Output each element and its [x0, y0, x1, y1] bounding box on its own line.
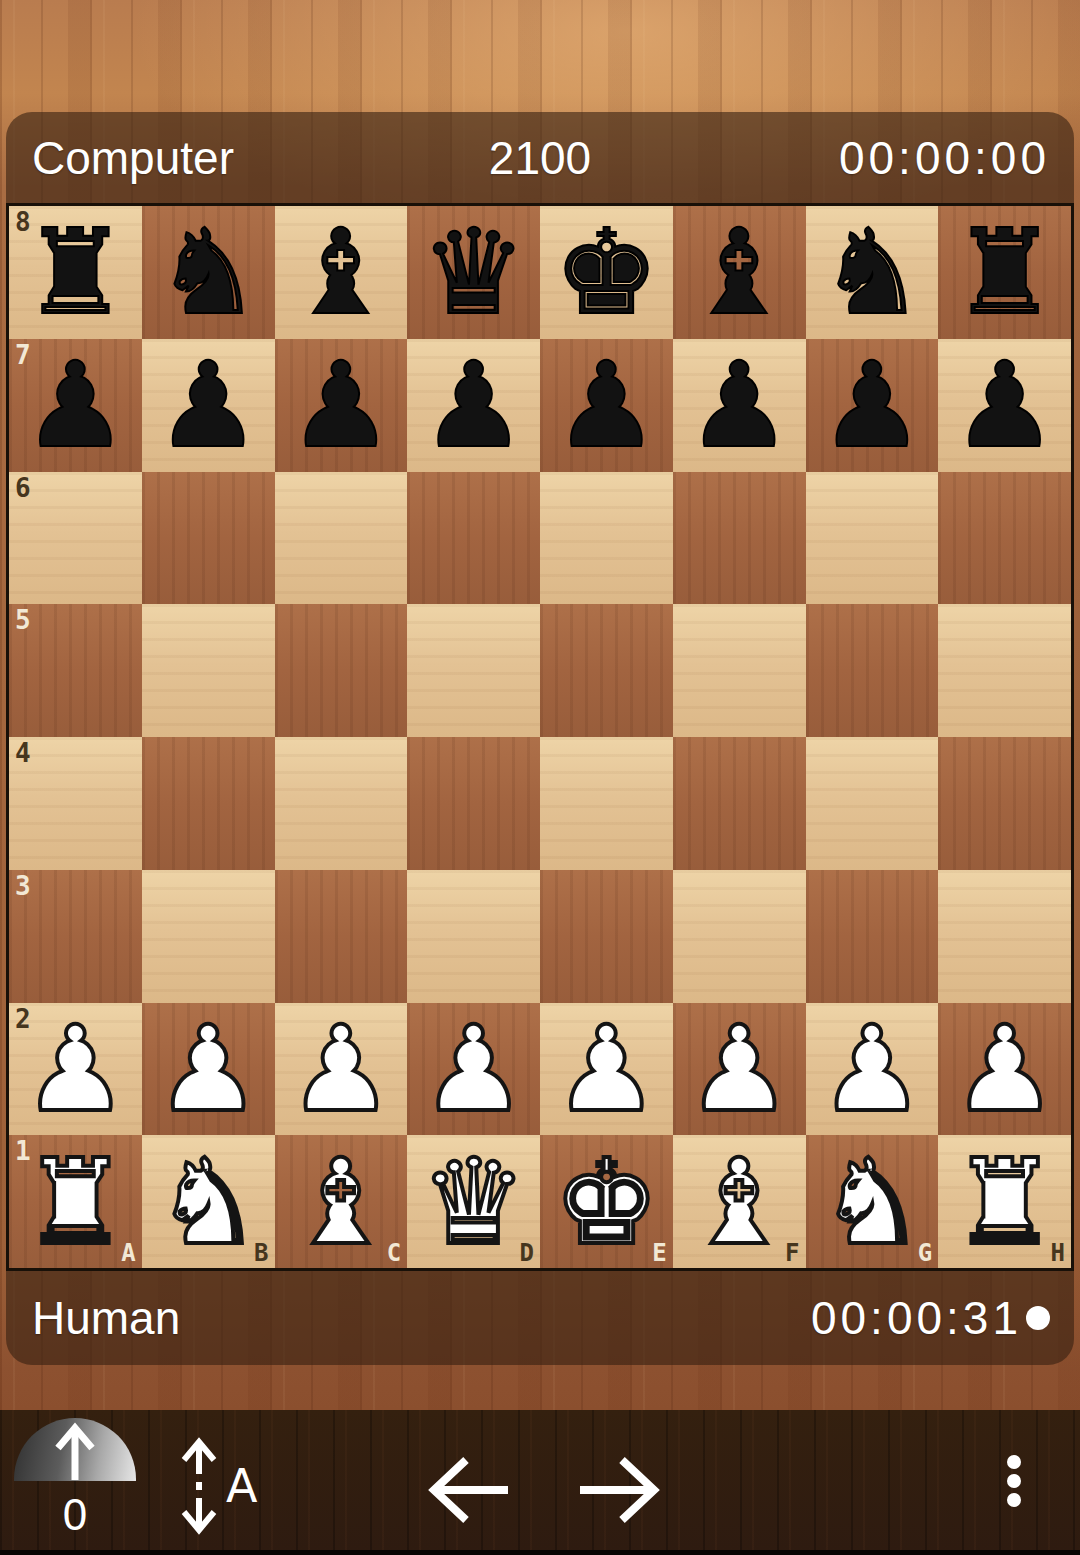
file-label-e: E — [652, 1241, 666, 1265]
square-d4[interactable] — [407, 737, 540, 870]
square-a8[interactable]: 8♜ — [9, 206, 142, 339]
square-b6[interactable] — [142, 472, 275, 605]
square-f2[interactable]: ♟ — [673, 1003, 806, 1136]
black-pawn: ♟ — [421, 346, 527, 464]
square-f6[interactable] — [673, 472, 806, 605]
move-forward-button[interactable] — [572, 1452, 664, 1528]
file-label-h: H — [1051, 1241, 1065, 1265]
square-h6[interactable] — [938, 472, 1071, 605]
square-d2[interactable]: ♟ — [407, 1003, 540, 1136]
black-knight: ♞ — [155, 213, 261, 331]
white-knight: ♞ — [819, 1143, 925, 1261]
square-e8[interactable]: ♚ — [540, 206, 673, 339]
file-label-b: B — [254, 1241, 268, 1265]
menu-dot-icon — [1007, 1493, 1021, 1507]
square-a3[interactable]: 3 — [9, 870, 142, 1003]
black-pawn: ♟ — [22, 346, 128, 464]
square-d3[interactable] — [407, 870, 540, 1003]
white-rook: ♜ — [952, 1143, 1058, 1261]
left-arrow-icon — [424, 1452, 516, 1528]
square-b7[interactable]: ♟ — [142, 339, 275, 472]
square-c6[interactable] — [275, 472, 408, 605]
file-label-d: D — [520, 1241, 534, 1265]
menu-dot-icon — [1007, 1474, 1021, 1488]
square-e1[interactable]: E♚ — [540, 1135, 673, 1268]
square-h7[interactable]: ♟ — [938, 339, 1071, 472]
white-pawn: ♟ — [553, 1010, 659, 1128]
square-e2[interactable]: ♟ — [540, 1003, 673, 1136]
file-label-g: G — [918, 1241, 932, 1265]
square-a2[interactable]: 2♟ — [9, 1003, 142, 1136]
black-pawn: ♟ — [686, 346, 792, 464]
black-pawn: ♟ — [819, 346, 925, 464]
white-bishop: ♝ — [686, 1143, 792, 1261]
human-clock-wrap: 00:00:31 — [811, 1291, 1050, 1345]
rank-label-8: 8 — [15, 209, 31, 235]
black-knight: ♞ — [819, 213, 925, 331]
square-g2[interactable]: ♟ — [806, 1003, 939, 1136]
black-rook: ♜ — [952, 213, 1058, 331]
white-pawn: ♟ — [155, 1010, 261, 1128]
rank-label-4: 4 — [15, 740, 31, 766]
file-label-f: F — [785, 1241, 799, 1265]
white-queen: ♛ — [421, 1143, 527, 1261]
white-pawn: ♟ — [819, 1010, 925, 1128]
turn-indicator-dot — [1026, 1306, 1050, 1330]
square-c3[interactable] — [275, 870, 408, 1003]
human-player-bar: Human 00:00:31 — [6, 1271, 1074, 1365]
square-e4[interactable] — [540, 737, 673, 870]
square-f8[interactable]: ♝ — [673, 206, 806, 339]
right-arrow-icon — [572, 1452, 664, 1528]
square-d8[interactable]: ♛ — [407, 206, 540, 339]
menu-button[interactable] — [1007, 1452, 1021, 1509]
square-c2[interactable]: ♟ — [275, 1003, 408, 1136]
rank-label-7: 7 — [15, 342, 31, 368]
square-g8[interactable]: ♞ — [806, 206, 939, 339]
white-bishop: ♝ — [288, 1143, 394, 1261]
square-h1[interactable]: H♜ — [938, 1135, 1071, 1268]
white-king: ♚ — [553, 1143, 659, 1261]
square-b3[interactable] — [142, 870, 275, 1003]
rank-label-2: 2 — [15, 1006, 31, 1032]
square-a5[interactable]: 5 — [9, 604, 142, 737]
square-a1[interactable]: 1A♜ — [9, 1135, 142, 1268]
square-d6[interactable] — [407, 472, 540, 605]
square-h3[interactable] — [938, 870, 1071, 1003]
flip-board-button[interactable]: A — [176, 1436, 257, 1536]
square-c1[interactable]: C♝ — [275, 1135, 408, 1268]
white-pawn: ♟ — [22, 1010, 128, 1128]
square-f5[interactable] — [673, 604, 806, 737]
square-f1[interactable]: F♝ — [673, 1135, 806, 1268]
square-a4[interactable]: 4 — [9, 737, 142, 870]
square-e6[interactable] — [540, 472, 673, 605]
square-g6[interactable] — [806, 472, 939, 605]
square-g7[interactable]: ♟ — [806, 339, 939, 472]
square-e3[interactable] — [540, 870, 673, 1003]
white-pawn: ♟ — [952, 1010, 1058, 1128]
square-g4[interactable] — [806, 737, 939, 870]
black-bishop: ♝ — [288, 213, 394, 331]
square-e7[interactable]: ♟ — [540, 339, 673, 472]
square-a7[interactable]: 7♟ — [9, 339, 142, 472]
black-pawn: ♟ — [155, 346, 261, 464]
square-b8[interactable]: ♞ — [142, 206, 275, 339]
square-b1[interactable]: B♞ — [142, 1135, 275, 1268]
square-g3[interactable] — [806, 870, 939, 1003]
square-h8[interactable]: ♜ — [938, 206, 1071, 339]
game-card: Computer 2100 00:00:00 8♜♞♝♛♚♝♞♜7♟♟♟♟♟♟♟… — [6, 112, 1074, 1365]
move-back-button[interactable] — [424, 1452, 516, 1528]
file-label-c: C — [387, 1241, 401, 1265]
rank-label-3: 3 — [15, 873, 31, 899]
square-b4[interactable] — [142, 737, 275, 870]
square-a6[interactable]: 6 — [9, 472, 142, 605]
square-c4[interactable] — [275, 737, 408, 870]
square-g1[interactable]: G♞ — [806, 1135, 939, 1268]
chess-board[interactable]: 8♜♞♝♛♚♝♞♜7♟♟♟♟♟♟♟♟65432♟♟♟♟♟♟♟♟1A♜B♞C♝D♛… — [6, 203, 1074, 1271]
chess-app-screen: Computer 2100 00:00:00 8♜♞♝♛♚♝♞♜7♟♟♟♟♟♟♟… — [0, 0, 1080, 1555]
rank-label-1: 1 — [15, 1138, 31, 1164]
square-f3[interactable] — [673, 870, 806, 1003]
human-clock: 00:00:31 — [811, 1291, 1022, 1345]
square-f7[interactable]: ♟ — [673, 339, 806, 472]
square-e5[interactable] — [540, 604, 673, 737]
eval-gauge-button[interactable]: 0 — [14, 1418, 136, 1537]
white-pawn: ♟ — [686, 1010, 792, 1128]
menu-dot-icon — [1007, 1455, 1021, 1469]
white-knight: ♞ — [155, 1143, 261, 1261]
square-h4[interactable] — [938, 737, 1071, 870]
white-pawn: ♟ — [421, 1010, 527, 1128]
square-d5[interactable] — [407, 604, 540, 737]
black-king: ♚ — [553, 213, 659, 331]
auto-flip-label: A — [226, 1459, 257, 1513]
square-g5[interactable] — [806, 604, 939, 737]
eval-arrow-icon — [14, 1418, 136, 1481]
black-pawn: ♟ — [553, 346, 659, 464]
black-pawn: ♟ — [952, 346, 1058, 464]
eval-score-label: 0 — [14, 1493, 136, 1537]
file-label-a: A — [121, 1241, 135, 1265]
bottom-toolbar: 0 A — [0, 1410, 1080, 1555]
white-rook: ♜ — [22, 1143, 128, 1261]
square-h2[interactable]: ♟ — [938, 1003, 1071, 1136]
square-b2[interactable]: ♟ — [142, 1003, 275, 1136]
computer-clock: 00:00:00 — [839, 131, 1050, 185]
rank-label-5: 5 — [15, 607, 31, 633]
square-c7[interactable]: ♟ — [275, 339, 408, 472]
square-c5[interactable] — [275, 604, 408, 737]
black-rook: ♜ — [22, 213, 128, 331]
square-h5[interactable] — [938, 604, 1071, 737]
eval-gauge-dome-icon — [14, 1418, 136, 1481]
black-pawn: ♟ — [288, 346, 394, 464]
square-b5[interactable] — [142, 604, 275, 737]
computer-player-bar: Computer 2100 00:00:00 — [6, 112, 1074, 203]
square-d7[interactable]: ♟ — [407, 339, 540, 472]
human-name-label: Human — [32, 1291, 180, 1345]
square-d1[interactable]: D♛ — [407, 1135, 540, 1268]
rank-label-6: 6 — [15, 475, 31, 501]
square-f4[interactable] — [673, 737, 806, 870]
updown-arrows-icon — [176, 1436, 222, 1536]
black-bishop: ♝ — [686, 213, 792, 331]
black-queen: ♛ — [421, 213, 527, 331]
computer-clock-wrap: 00:00:00 — [839, 131, 1050, 185]
white-pawn: ♟ — [288, 1010, 394, 1128]
square-c8[interactable]: ♝ — [275, 206, 408, 339]
